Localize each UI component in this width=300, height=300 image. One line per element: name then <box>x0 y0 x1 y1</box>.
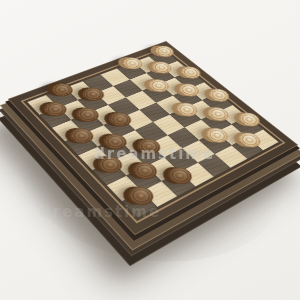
square-e6 <box>126 91 156 110</box>
square-d7 <box>95 86 125 105</box>
square-d8 <box>83 75 113 93</box>
square-g7 <box>146 67 175 84</box>
square-f6 <box>143 84 173 102</box>
light-checker-g3 <box>204 105 233 124</box>
square-g8 <box>134 56 162 73</box>
dark-checker-a7 <box>40 100 70 119</box>
light-checker-g7 <box>148 60 175 76</box>
square-h6 <box>175 71 204 88</box>
light-checker-f6 <box>145 77 173 94</box>
square-h5 <box>188 82 217 100</box>
dark-checker-b6 <box>73 105 103 124</box>
light-checker-h4 <box>205 86 233 103</box>
scene <box>0 0 300 300</box>
square-h7 <box>162 61 190 78</box>
light-checker-g1 <box>234 130 264 150</box>
light-checker-f8 <box>119 55 146 71</box>
checkers-board <box>8 41 299 235</box>
light-checker-f4 <box>172 100 201 119</box>
board-frame <box>8 41 299 235</box>
dark-checker-b8 <box>48 81 77 99</box>
square-e7 <box>113 79 143 97</box>
square-c8 <box>65 81 95 100</box>
square-e5 <box>139 102 170 122</box>
square-f4 <box>170 107 201 127</box>
square-f5 <box>156 95 186 114</box>
square-h4 <box>202 93 232 112</box>
light-checker-h8 <box>151 44 177 59</box>
light-checker-h2 <box>235 110 264 129</box>
square-f8 <box>117 62 146 79</box>
light-checker-h6 <box>177 64 204 80</box>
square-g4 <box>187 100 217 119</box>
dark-checker-c5 <box>105 110 135 130</box>
square-f7 <box>130 73 159 91</box>
stock-photo: dreamstime dreamstime <box>0 0 300 300</box>
square-g5 <box>173 89 203 108</box>
dark-checker-b4 <box>100 131 131 152</box>
square-g6 <box>159 77 188 95</box>
board-rotation-wrapper <box>0 0 300 300</box>
dark-checker-c7 <box>79 86 108 104</box>
square-h8 <box>149 51 177 67</box>
light-checker-g5 <box>175 82 203 99</box>
square-e8 <box>100 68 129 86</box>
